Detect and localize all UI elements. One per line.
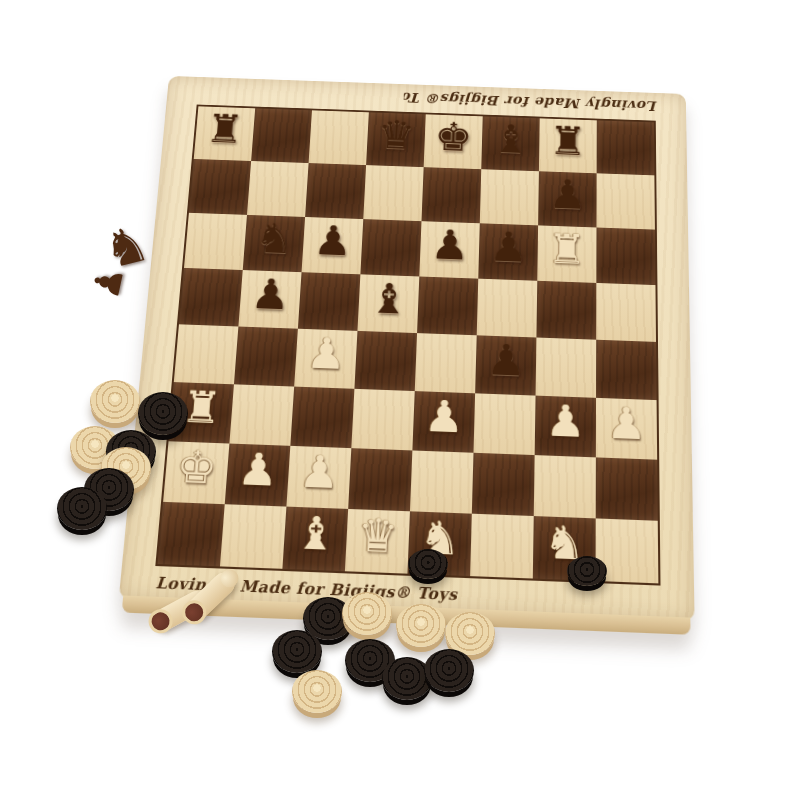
square-d5[interactable]: ♝: [357, 274, 419, 333]
natural-draughts-piece[interactable]: [342, 592, 392, 635]
square-d1[interactable]: ♛: [345, 509, 410, 574]
square-d2[interactable]: [348, 448, 412, 511]
black-pawn-b5[interactable]: ♟: [250, 273, 292, 316]
square-a7[interactable]: [189, 159, 251, 215]
square-c1[interactable]: ♝: [282, 507, 348, 572]
square-c4[interactable]: ♟: [294, 329, 357, 389]
black-draughts-piece[interactable]: [408, 549, 448, 579]
chess-board: Lovingly Made for Bigjigs® Toys ♜♛♚♝♜♟♞♟…: [119, 76, 695, 621]
white-pawn-c4[interactable]: ♟: [305, 332, 347, 376]
square-g7[interactable]: ♟: [538, 171, 597, 227]
square-e7[interactable]: [421, 167, 481, 223]
board-surface: Lovingly Made for Bigjigs® Toys ♜♛♚♝♜♟♞♟…: [119, 76, 695, 621]
square-d8[interactable]: ♛: [366, 112, 426, 167]
square-b2[interactable]: ♟: [225, 444, 291, 507]
white-king-a2[interactable]: ♚: [175, 444, 219, 490]
natural-draughts-piece[interactable]: [90, 380, 140, 423]
black-draughts-piece[interactable]: [424, 649, 474, 692]
white-rook-g6[interactable]: ♜: [548, 228, 587, 270]
square-c2[interactable]: ♟: [286, 446, 351, 509]
square-h6[interactable]: [596, 227, 655, 285]
square-h5[interactable]: [596, 283, 656, 342]
square-h4[interactable]: [596, 340, 657, 400]
black-pawn-c6[interactable]: ♟: [312, 220, 353, 262]
black-queen-d8[interactable]: ♛: [377, 115, 416, 155]
white-pawn-g3[interactable]: ♟: [545, 399, 585, 444]
white-bishop-c1[interactable]: ♝: [294, 510, 337, 557]
natural-draughts-piece[interactable]: [292, 670, 342, 713]
square-b5[interactable]: ♟: [238, 270, 301, 329]
square-e2[interactable]: [410, 450, 474, 513]
white-pawn-h3[interactable]: ♟: [606, 401, 646, 446]
black-bishop-f8[interactable]: ♝: [491, 119, 529, 159]
square-g6[interactable]: ♜: [537, 225, 596, 283]
board-branding-top: Lovingly Made for Bigjigs® Toys: [403, 89, 657, 113]
square-g4[interactable]: [536, 338, 597, 398]
square-g5[interactable]: [536, 281, 596, 340]
square-d3[interactable]: [351, 389, 414, 451]
white-pawn-c2[interactable]: ♟: [298, 449, 341, 495]
square-f6[interactable]: ♟: [478, 223, 538, 281]
square-f5[interactable]: [477, 279, 538, 338]
square-h3[interactable]: ♟: [596, 398, 657, 460]
square-b1[interactable]: [220, 504, 286, 569]
square-f8[interactable]: ♝: [481, 116, 539, 171]
white-pawn-b2[interactable]: ♟: [236, 447, 279, 493]
square-c7[interactable]: [305, 163, 366, 219]
square-f2[interactable]: [472, 453, 535, 516]
black-bishop-d5[interactable]: ♝: [368, 277, 409, 320]
natural-draughts-piece[interactable]: [396, 604, 446, 647]
square-c6[interactable]: ♟: [302, 217, 364, 274]
black-draughts-piece[interactable]: [57, 487, 107, 530]
square-f3[interactable]: [473, 393, 535, 455]
square-b3[interactable]: [229, 384, 294, 446]
square-e3[interactable]: ♟: [412, 391, 475, 453]
square-b6[interactable]: ♞: [243, 215, 305, 272]
square-f1[interactable]: [470, 514, 534, 579]
black-pawn-f4[interactable]: ♟: [486, 338, 526, 382]
square-a2[interactable]: ♚: [163, 441, 229, 504]
square-c3[interactable]: [290, 387, 354, 449]
square-e5[interactable]: [417, 276, 478, 335]
square-c8[interactable]: [309, 110, 369, 165]
square-g2[interactable]: [534, 455, 596, 518]
white-queen-d1[interactable]: ♛: [356, 512, 399, 559]
black-draughts-piece[interactable]: [138, 392, 188, 435]
square-g8[interactable]: ♜: [539, 118, 597, 173]
square-a8[interactable]: ♜: [194, 106, 255, 161]
square-a6[interactable]: [184, 213, 247, 270]
square-b7[interactable]: [247, 161, 309, 217]
square-d6[interactable]: [360, 219, 421, 276]
square-h8[interactable]: [597, 120, 655, 175]
white-pawn-e3[interactable]: ♟: [423, 394, 464, 439]
square-d4[interactable]: [354, 331, 417, 391]
square-h2[interactable]: [596, 457, 658, 520]
black-pawn-f6[interactable]: ♟: [489, 226, 528, 268]
square-b8[interactable]: [251, 108, 312, 163]
black-draughts-piece[interactable]: [567, 556, 607, 586]
black-knight-b6[interactable]: ♞: [254, 218, 295, 260]
black-rook-g8[interactable]: ♜: [549, 121, 587, 161]
square-e4[interactable]: [415, 333, 477, 393]
board-grid: ♜♛♚♝♜♟♞♟♟♟♜♟♝♟♟♜♟♟♟♚♟♟♝♛♞♞: [155, 105, 660, 586]
black-king-e8[interactable]: ♚: [434, 117, 473, 157]
square-a1[interactable]: [158, 502, 225, 567]
square-d7[interactable]: [363, 165, 423, 221]
square-f4[interactable]: ♟: [475, 335, 536, 395]
square-b4[interactable]: [234, 327, 298, 387]
square-a4[interactable]: [174, 324, 239, 384]
black-draughts-piece[interactable]: [272, 630, 322, 673]
square-g3[interactable]: ♟: [535, 396, 596, 458]
square-e6[interactable]: ♟: [419, 221, 479, 278]
black-pawn-g7[interactable]: ♟: [548, 174, 586, 215]
black-rook-a8[interactable]: ♜: [205, 109, 246, 149]
square-c5[interactable]: [298, 272, 360, 331]
square-a5[interactable]: [179, 268, 243, 327]
square-e8[interactable]: ♚: [424, 114, 483, 169]
black-pawn-e6[interactable]: ♟: [430, 224, 470, 266]
square-h7[interactable]: [596, 173, 654, 229]
square-f7[interactable]: [480, 169, 539, 225]
